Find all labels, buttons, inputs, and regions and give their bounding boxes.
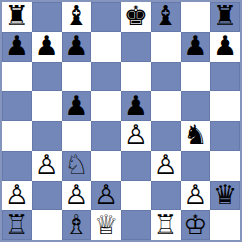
square-d1[interactable]: ♕ bbox=[91, 210, 121, 240]
square-g8[interactable] bbox=[181, 2, 211, 32]
piece-black-rook[interactable]: ♜ bbox=[213, 2, 237, 29]
square-b7[interactable]: ♟ bbox=[32, 32, 62, 62]
square-c3[interactable]: ♘ bbox=[62, 151, 92, 181]
square-f6[interactable] bbox=[151, 62, 181, 92]
square-e7[interactable] bbox=[121, 32, 151, 62]
square-e1[interactable] bbox=[121, 210, 151, 240]
square-f2[interactable] bbox=[151, 181, 181, 211]
piece-white-rook[interactable]: ♖ bbox=[5, 211, 29, 238]
square-b3[interactable]: ♙ bbox=[32, 151, 62, 181]
square-h7[interactable]: ♟ bbox=[210, 32, 240, 62]
square-h4[interactable] bbox=[210, 121, 240, 151]
square-g5[interactable] bbox=[181, 91, 211, 121]
square-d8[interactable] bbox=[91, 2, 121, 32]
piece-black-pawn[interactable]: ♟ bbox=[213, 32, 237, 59]
piece-white-queen[interactable]: ♕ bbox=[94, 211, 118, 238]
square-e5[interactable]: ♟ bbox=[121, 91, 151, 121]
piece-black-queen[interactable]: ♛ bbox=[213, 181, 237, 208]
piece-white-pawn[interactable]: ♙ bbox=[154, 151, 178, 178]
square-g3[interactable] bbox=[181, 151, 211, 181]
piece-black-pawn[interactable]: ♟ bbox=[5, 32, 29, 59]
piece-white-rook[interactable]: ♖ bbox=[154, 211, 178, 238]
piece-black-pawn[interactable]: ♟ bbox=[64, 32, 88, 59]
piece-white-pawn[interactable]: ♙ bbox=[94, 181, 118, 208]
square-f5[interactable] bbox=[151, 91, 181, 121]
square-b2[interactable] bbox=[32, 181, 62, 211]
square-g7[interactable]: ♟ bbox=[181, 32, 211, 62]
square-g6[interactable] bbox=[181, 62, 211, 92]
square-f8[interactable]: ♝ bbox=[151, 2, 181, 32]
square-b6[interactable] bbox=[32, 62, 62, 92]
square-c5[interactable]: ♟ bbox=[62, 91, 92, 121]
square-c8[interactable]: ♝ bbox=[62, 2, 92, 32]
square-e6[interactable] bbox=[121, 62, 151, 92]
square-a4[interactable] bbox=[2, 121, 32, 151]
piece-white-pawn[interactable]: ♙ bbox=[5, 181, 29, 208]
square-a2[interactable]: ♙ bbox=[2, 181, 32, 211]
square-d6[interactable] bbox=[91, 62, 121, 92]
piece-white-bishop[interactable]: ♗ bbox=[64, 211, 88, 238]
square-e2[interactable] bbox=[121, 181, 151, 211]
square-a8[interactable]: ♜ bbox=[2, 2, 32, 32]
square-e3[interactable] bbox=[121, 151, 151, 181]
square-a7[interactable]: ♟ bbox=[2, 32, 32, 62]
square-a3[interactable] bbox=[2, 151, 32, 181]
square-d5[interactable] bbox=[91, 91, 121, 121]
square-d2[interactable]: ♙ bbox=[91, 181, 121, 211]
square-g4[interactable]: ♞ bbox=[181, 121, 211, 151]
square-h3[interactable] bbox=[210, 151, 240, 181]
square-e8[interactable]: ♚ bbox=[121, 2, 151, 32]
piece-white-pawn[interactable]: ♙ bbox=[183, 181, 207, 208]
piece-black-bishop[interactable]: ♝ bbox=[64, 2, 88, 29]
square-f4[interactable] bbox=[151, 121, 181, 151]
piece-white-king[interactable]: ♔ bbox=[183, 211, 207, 238]
piece-black-bishop[interactable]: ♝ bbox=[154, 2, 178, 29]
square-h2[interactable]: ♛ bbox=[210, 181, 240, 211]
square-b4[interactable] bbox=[32, 121, 62, 151]
piece-black-pawn[interactable]: ♟ bbox=[64, 92, 88, 119]
square-b8[interactable] bbox=[32, 2, 62, 32]
square-c4[interactable] bbox=[62, 121, 92, 151]
chess-board-grid: ♜♝♚♝♜♟♟♟♟♟♟♟♙♞♙♘♙♙♙♙♙♛♖♗♕♖♔ bbox=[2, 2, 240, 240]
square-a6[interactable] bbox=[2, 62, 32, 92]
piece-white-pawn[interactable]: ♙ bbox=[64, 181, 88, 208]
square-d7[interactable] bbox=[91, 32, 121, 62]
square-b1[interactable] bbox=[32, 210, 62, 240]
square-b5[interactable] bbox=[32, 91, 62, 121]
square-g1[interactable]: ♔ bbox=[181, 210, 211, 240]
chess-board: ♜♝♚♝♜♟♟♟♟♟♟♟♙♞♙♘♙♙♙♙♙♛♖♗♕♖♔ bbox=[0, 0, 242, 242]
piece-black-knight[interactable]: ♞ bbox=[183, 121, 207, 148]
square-d3[interactable] bbox=[91, 151, 121, 181]
piece-black-pawn[interactable]: ♟ bbox=[183, 32, 207, 59]
square-f1[interactable]: ♖ bbox=[151, 210, 181, 240]
square-h1[interactable] bbox=[210, 210, 240, 240]
piece-black-king[interactable]: ♚ bbox=[124, 2, 148, 29]
square-c7[interactable]: ♟ bbox=[62, 32, 92, 62]
square-h6[interactable] bbox=[210, 62, 240, 92]
square-c1[interactable]: ♗ bbox=[62, 210, 92, 240]
piece-black-pawn[interactable]: ♟ bbox=[124, 92, 148, 119]
square-c2[interactable]: ♙ bbox=[62, 181, 92, 211]
square-h5[interactable] bbox=[210, 91, 240, 121]
square-a5[interactable] bbox=[2, 91, 32, 121]
piece-black-rook[interactable]: ♜ bbox=[5, 2, 29, 29]
piece-white-pawn[interactable]: ♙ bbox=[35, 151, 59, 178]
square-h8[interactable]: ♜ bbox=[210, 2, 240, 32]
square-f3[interactable]: ♙ bbox=[151, 151, 181, 181]
square-e4[interactable]: ♙ bbox=[121, 121, 151, 151]
square-c6[interactable] bbox=[62, 62, 92, 92]
square-d4[interactable] bbox=[91, 121, 121, 151]
piece-white-pawn[interactable]: ♙ bbox=[124, 121, 148, 148]
piece-black-pawn[interactable]: ♟ bbox=[35, 32, 59, 59]
square-a1[interactable]: ♖ bbox=[2, 210, 32, 240]
square-g2[interactable]: ♙ bbox=[181, 181, 211, 211]
piece-white-knight[interactable]: ♘ bbox=[64, 151, 88, 178]
square-f7[interactable] bbox=[151, 32, 181, 62]
